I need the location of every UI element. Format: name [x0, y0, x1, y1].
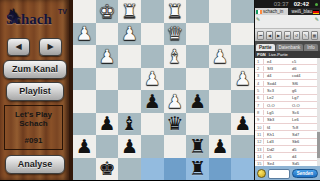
- square-d3[interactable]: ♝: [164, 45, 187, 68]
- move-black[interactable]: Sd5: [289, 161, 314, 166]
- square-h3[interactable]: [73, 45, 96, 68]
- move-row: 9Sb3Le6: [255, 117, 320, 124]
- zum-kanal-button[interactable]: Zum Kanal: [3, 60, 67, 79]
- move-number: 13: [255, 147, 264, 152]
- player-left-name: schach_in: [263, 9, 283, 14]
- player-left[interactable]: schach_in: [255, 8, 288, 15]
- piece-bP: ♟: [144, 92, 161, 111]
- piece-wP: ♟: [234, 69, 251, 88]
- square-a7[interactable]: [231, 135, 254, 158]
- piece-bK: ♚: [98, 159, 115, 178]
- toolbar-icon-1[interactable]: ◀: [266, 31, 273, 40]
- chess-board: ♚♜♜♟♟♛♟♝♟♟♟♟♟♟♟♝♛♟♟♟♜♟♚♜: [73, 0, 254, 180]
- square-c1[interactable]: [186, 0, 209, 23]
- move-row: 3d4cxd4: [255, 73, 320, 80]
- piece-wP: ♟: [121, 24, 138, 43]
- square-c4[interactable]: [186, 68, 209, 91]
- move-white[interactable]: Ld3: [264, 139, 289, 144]
- move-number: 12: [255, 139, 264, 144]
- flag-right-icon: [313, 10, 319, 14]
- square-g3[interactable]: ♟: [96, 45, 119, 68]
- square-b3[interactable]: ♟: [209, 45, 232, 68]
- toolbar-icon-3[interactable]: ⏭: [284, 31, 291, 40]
- move-table: 1e4c52Sf3d63d4cxd44Sxd4Sf65Sc3g66Le2Lg77…: [255, 58, 320, 166]
- square-c2[interactable]: [186, 23, 209, 46]
- move-number: 4: [255, 81, 264, 86]
- move-number: 2: [255, 66, 264, 71]
- clock-black: 02:42: [294, 1, 309, 7]
- square-a8[interactable]: [231, 158, 254, 181]
- move-black[interactable]: g6: [289, 88, 314, 93]
- move-black[interactable]: Tc8: [289, 125, 314, 130]
- table-header: PGN Live-Partie: [255, 51, 320, 58]
- square-g4[interactable]: [96, 68, 119, 91]
- square-c8[interactable]: ♜: [186, 158, 209, 181]
- logo-tv-sup: TV: [58, 8, 67, 15]
- square-a2[interactable]: [231, 23, 254, 46]
- move-number: 14: [255, 154, 264, 159]
- piece-wP: ♟: [98, 47, 115, 66]
- tab-datenbank[interactable]: Datenbank: [276, 44, 304, 51]
- move-white[interactable]: Kh1: [264, 132, 289, 137]
- move-black[interactable]: c5: [289, 59, 314, 64]
- move-row: 14e5d4: [255, 153, 320, 160]
- square-h8[interactable]: [73, 158, 96, 181]
- next-button[interactable]: ▶: [39, 38, 62, 56]
- move-black[interactable]: Sf6: [289, 81, 314, 86]
- move-white[interactable]: Le2: [264, 95, 289, 100]
- player-right[interactable]: weiß_blau: [288, 8, 320, 15]
- move-row: 8Lg5Sc6: [255, 109, 320, 116]
- square-f7[interactable]: ♟: [118, 135, 141, 158]
- square-f4[interactable]: [118, 68, 141, 91]
- square-e7[interactable]: [141, 135, 164, 158]
- move-white[interactable]: Sxd4: [264, 81, 289, 86]
- move-black[interactable]: Sc6: [289, 110, 314, 115]
- table-header-right: Live-Partie: [269, 52, 288, 57]
- move-number: 1: [255, 59, 264, 64]
- piece-bP: ♟: [121, 137, 138, 156]
- square-d2[interactable]: ♛: [164, 23, 187, 46]
- move-white[interactable]: O-O: [264, 103, 289, 108]
- edit-left-icon[interactable]: ✎: [256, 16, 260, 22]
- episode-line1: Let's Play: [5, 110, 62, 119]
- piece-wB: ♝: [166, 47, 183, 66]
- move-number: 7: [255, 103, 264, 108]
- move-white[interactable]: Se4: [264, 161, 289, 166]
- move-black[interactable]: O-O: [289, 103, 314, 108]
- square-f3[interactable]: [118, 45, 141, 68]
- piece-wP: ♟: [76, 24, 93, 43]
- move-row: 15Se4Sd5: [255, 161, 320, 166]
- square-b4[interactable]: [209, 68, 232, 91]
- square-g7[interactable]: [96, 135, 119, 158]
- clock-bar: 03:37 02:42: [255, 0, 320, 8]
- player-names: schach_in weiß_blau: [255, 8, 320, 15]
- piece-wR: ♜: [121, 2, 138, 21]
- move-number: 6: [255, 95, 264, 100]
- episode-line2: Schach: [5, 119, 62, 128]
- square-e2[interactable]: [141, 23, 164, 46]
- toolbar-icon-6[interactable]: ▦: [311, 31, 318, 40]
- square-d6[interactable]: ♛: [164, 113, 187, 136]
- move-black[interactable]: d5: [289, 147, 314, 152]
- square-a3[interactable]: [231, 45, 254, 68]
- piece-bP: ♟: [234, 114, 251, 133]
- move-row: 6Le2Lg7: [255, 95, 320, 102]
- square-b7[interactable]: ♟: [209, 135, 232, 158]
- square-f1[interactable]: ♜: [118, 0, 141, 23]
- edit-right-icon[interactable]: ✎: [315, 16, 319, 22]
- square-b1[interactable]: [209, 0, 232, 23]
- move-row: 11Kh1Sd7: [255, 131, 320, 138]
- move-white[interactable]: Dd2: [264, 147, 289, 152]
- flag-left-icon: [256, 10, 262, 14]
- sidebar: ♞ Schach TV ◀ ▶ Zum Kanal Playlist Let's…: [0, 0, 69, 180]
- nav-arrows: ◀ ▶: [0, 38, 69, 55]
- piece-bP: ♟: [189, 92, 206, 111]
- move-white[interactable]: e5: [264, 154, 289, 159]
- analyse-button[interactable]: Analyse: [5, 155, 65, 174]
- square-h4[interactable]: [73, 68, 96, 91]
- square-d1[interactable]: ♜: [164, 0, 187, 23]
- piece-bQ: ♛: [166, 114, 183, 133]
- square-e5[interactable]: ♟: [141, 90, 164, 113]
- move-black[interactable]: d4: [289, 154, 314, 159]
- square-b6[interactable]: [209, 113, 232, 136]
- move-number: 15: [255, 161, 264, 166]
- tab-info[interactable]: Info: [304, 44, 318, 51]
- piece-wK: ♚: [98, 2, 115, 21]
- move-number: 11: [255, 132, 264, 137]
- square-g2[interactable]: [96, 23, 119, 46]
- move-white[interactable]: e4: [264, 59, 289, 64]
- clock-white: 03:37: [274, 1, 289, 7]
- square-b5[interactable]: [209, 90, 232, 113]
- square-a1[interactable]: [231, 0, 254, 23]
- move-black[interactable]: Lg7: [289, 95, 314, 100]
- square-h2[interactable]: ♟: [73, 23, 96, 46]
- move-white[interactable]: Sc3: [264, 88, 289, 93]
- chat-bar: Senden: [255, 166, 320, 180]
- move-black[interactable]: Sd7: [289, 132, 314, 137]
- square-a6[interactable]: ♟: [231, 113, 254, 136]
- square-b8[interactable]: [209, 158, 232, 181]
- square-c6[interactable]: [186, 113, 209, 136]
- square-b2[interactable]: [209, 23, 232, 46]
- square-c3[interactable]: [186, 45, 209, 68]
- move-row: 13Dd2d5: [255, 146, 320, 153]
- square-f6[interactable]: ♝: [118, 113, 141, 136]
- toolbar-icon-2[interactable]: ▶: [275, 31, 282, 40]
- toolbar-icon-0[interactable]: ⏮: [257, 31, 264, 40]
- send-button[interactable]: Senden: [292, 169, 318, 178]
- piece-bR: ♜: [189, 137, 206, 156]
- move-row: 1e4c5: [255, 58, 320, 65]
- move-black[interactable]: Sb6: [289, 139, 314, 144]
- square-f2[interactable]: ♟: [118, 23, 141, 46]
- square-g5[interactable]: [96, 90, 119, 113]
- episode-box: Let's Play Schach #091: [4, 105, 63, 150]
- emoji-icon[interactable]: [257, 169, 266, 178]
- move-row: 2Sf3d6: [255, 65, 320, 72]
- square-d8[interactable]: [164, 158, 187, 181]
- move-row: 12Ld3Sb6: [255, 139, 320, 146]
- square-e1[interactable]: [141, 0, 164, 23]
- move-row: 7O-OO-O: [255, 102, 320, 109]
- move-black[interactable]: cxd4: [289, 73, 314, 78]
- square-h7[interactable]: ♟: [73, 135, 96, 158]
- right-panel: 03:37 02:42 schach_in weiß_blau ✎ ✎ ⏮◀▶⏭…: [254, 0, 320, 180]
- table-header-left: PGN: [257, 52, 266, 57]
- square-d5[interactable]: ♟: [164, 90, 187, 113]
- square-e6[interactable]: [141, 113, 164, 136]
- move-number: 10: [255, 125, 264, 130]
- square-c7[interactable]: ♜: [186, 135, 209, 158]
- toolbar-icon-4[interactable]: ↺: [293, 31, 300, 40]
- square-e3[interactable]: [141, 45, 164, 68]
- square-g1[interactable]: ♚: [96, 0, 119, 23]
- piece-wP: ♟: [166, 92, 183, 111]
- square-f5[interactable]: [118, 90, 141, 113]
- status-dot-icon: [315, 3, 318, 6]
- square-g8[interactable]: ♚: [96, 158, 119, 181]
- square-h6[interactable]: [73, 113, 96, 136]
- square-h1[interactable]: [73, 0, 96, 23]
- playlist-button[interactable]: Playlist: [6, 82, 64, 101]
- episode-number: #091: [5, 136, 62, 145]
- square-d4[interactable]: [164, 68, 187, 91]
- prev-button[interactable]: ◀: [7, 38, 30, 56]
- toolbar-icon-5[interactable]: ✎: [302, 31, 309, 40]
- piece-bP: ♟: [212, 137, 229, 156]
- piece-bB: ♝: [121, 114, 138, 133]
- move-number: 5: [255, 88, 264, 93]
- move-row: 10f4Tc8: [255, 124, 320, 131]
- panel-tabs: PartieDatenbankInfo: [255, 41, 320, 51]
- move-black[interactable]: Le6: [289, 117, 314, 122]
- eval-strip: ✎ ✎: [255, 15, 320, 29]
- chat-input[interactable]: [268, 169, 290, 179]
- logo-word: Schach: [6, 11, 52, 28]
- player-right-name: weiß_blau: [291, 9, 312, 14]
- piece-wP: ♟: [212, 47, 229, 66]
- move-white[interactable]: d4: [264, 73, 289, 78]
- square-d7[interactable]: [164, 135, 187, 158]
- piece-wR: ♜: [166, 2, 183, 21]
- move-white[interactable]: f4: [264, 125, 289, 130]
- square-f8[interactable]: [118, 158, 141, 181]
- piece-wQ: ♛: [166, 24, 183, 43]
- move-number: 3: [255, 73, 264, 78]
- schachtv-logo: ♞ Schach TV: [2, 4, 68, 32]
- move-white[interactable]: Lg5: [264, 110, 289, 115]
- tab-partie[interactable]: Partie: [256, 44, 275, 51]
- move-white[interactable]: Sf3: [264, 66, 289, 71]
- piece-wP: ♟: [144, 69, 161, 88]
- move-row: 4Sxd4Sf6: [255, 80, 320, 87]
- square-e8[interactable]: [141, 158, 164, 181]
- square-e4[interactable]: ♟: [141, 68, 164, 91]
- square-g6[interactable]: ♟: [96, 113, 119, 136]
- move-number: 9: [255, 117, 264, 122]
- move-black[interactable]: d6: [289, 66, 314, 71]
- piece-bR: ♜: [189, 159, 206, 178]
- square-a4[interactable]: ♟: [231, 68, 254, 91]
- move-row: 5Sc3g6: [255, 87, 320, 94]
- square-a5[interactable]: [231, 90, 254, 113]
- square-h5[interactable]: [73, 90, 96, 113]
- panel-toolbar: ⏮◀▶⏭↺✎▦: [255, 29, 320, 41]
- square-c5[interactable]: ♟: [186, 90, 209, 113]
- move-white[interactable]: Sb3: [264, 117, 289, 122]
- piece-bP: ♟: [76, 137, 93, 156]
- move-number: 8: [255, 110, 264, 115]
- piece-bP: ♟: [98, 114, 115, 133]
